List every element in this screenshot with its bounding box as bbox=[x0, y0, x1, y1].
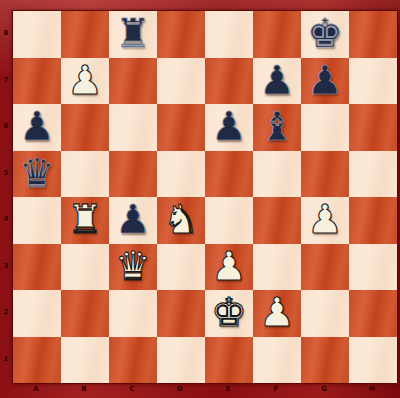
white-pawn[interactable]: ♟ bbox=[205, 243, 253, 290]
white-king[interactable]: ♚ bbox=[205, 289, 253, 336]
file-label-d: D bbox=[156, 382, 204, 398]
white-rook[interactable]: ♜ bbox=[61, 196, 109, 243]
square-c8[interactable]: ♜ bbox=[109, 11, 157, 58]
white-pawn[interactable]: ♟ bbox=[61, 57, 109, 104]
square-h1[interactable] bbox=[349, 337, 397, 384]
chess-board-frame: 87654321 ♜♚♟♟♟♟♟♝♛♜♟♞♟♛♟♚♟ ABCDEFGH bbox=[0, 0, 400, 398]
rank-labels: 87654321 bbox=[0, 10, 12, 382]
rank-label-8: 8 bbox=[0, 10, 12, 57]
square-h7[interactable] bbox=[349, 58, 397, 105]
square-a4[interactable] bbox=[13, 197, 61, 244]
white-pawn[interactable]: ♟ bbox=[301, 196, 349, 243]
square-g2[interactable] bbox=[301, 290, 349, 337]
black-pawn[interactable]: ♟ bbox=[253, 57, 301, 104]
square-d2[interactable] bbox=[157, 290, 205, 337]
square-d1[interactable] bbox=[157, 337, 205, 384]
square-a7[interactable] bbox=[13, 58, 61, 105]
black-queen[interactable]: ♛ bbox=[13, 150, 61, 197]
square-a1[interactable] bbox=[13, 337, 61, 384]
square-e6[interactable]: ♟ bbox=[205, 104, 253, 151]
file-label-b: B bbox=[60, 382, 108, 398]
rank-label-1: 1 bbox=[0, 336, 12, 383]
white-pawn[interactable]: ♟ bbox=[253, 289, 301, 336]
black-king[interactable]: ♚ bbox=[301, 10, 349, 57]
square-a3[interactable] bbox=[13, 244, 61, 291]
square-g4[interactable]: ♟ bbox=[301, 197, 349, 244]
rank-label-3: 3 bbox=[0, 243, 12, 290]
black-pawn[interactable]: ♟ bbox=[13, 103, 61, 150]
square-b6[interactable] bbox=[61, 104, 109, 151]
square-e5[interactable] bbox=[205, 151, 253, 198]
square-b4[interactable]: ♜ bbox=[61, 197, 109, 244]
square-g1[interactable] bbox=[301, 337, 349, 384]
square-g6[interactable] bbox=[301, 104, 349, 151]
white-queen[interactable]: ♛ bbox=[109, 243, 157, 290]
square-e2[interactable]: ♚ bbox=[205, 290, 253, 337]
square-a6[interactable]: ♟ bbox=[13, 104, 61, 151]
file-label-c: C bbox=[108, 382, 156, 398]
square-b7[interactable]: ♟ bbox=[61, 58, 109, 105]
rank-label-5: 5 bbox=[0, 150, 12, 197]
black-pawn[interactable]: ♟ bbox=[301, 57, 349, 104]
square-b2[interactable] bbox=[61, 290, 109, 337]
file-labels: ABCDEFGH bbox=[12, 382, 396, 398]
white-knight[interactable]: ♞ bbox=[157, 196, 205, 243]
square-c2[interactable] bbox=[109, 290, 157, 337]
square-e8[interactable] bbox=[205, 11, 253, 58]
square-b1[interactable] bbox=[61, 337, 109, 384]
square-f8[interactable] bbox=[253, 11, 301, 58]
square-g5[interactable] bbox=[301, 151, 349, 198]
square-a5[interactable]: ♛ bbox=[13, 151, 61, 198]
square-c1[interactable] bbox=[109, 337, 157, 384]
square-e4[interactable] bbox=[205, 197, 253, 244]
file-label-h: H bbox=[348, 382, 396, 398]
square-f3[interactable] bbox=[253, 244, 301, 291]
square-d3[interactable] bbox=[157, 244, 205, 291]
square-h6[interactable] bbox=[349, 104, 397, 151]
square-c4[interactable]: ♟ bbox=[109, 197, 157, 244]
square-h3[interactable] bbox=[349, 244, 397, 291]
square-f1[interactable] bbox=[253, 337, 301, 384]
file-label-e: E bbox=[204, 382, 252, 398]
square-f6[interactable]: ♝ bbox=[253, 104, 301, 151]
square-b8[interactable] bbox=[61, 11, 109, 58]
square-g8[interactable]: ♚ bbox=[301, 11, 349, 58]
square-c7[interactable] bbox=[109, 58, 157, 105]
square-f7[interactable]: ♟ bbox=[253, 58, 301, 105]
rank-label-4: 4 bbox=[0, 196, 12, 243]
file-label-a: A bbox=[12, 382, 60, 398]
square-f5[interactable] bbox=[253, 151, 301, 198]
black-rook[interactable]: ♜ bbox=[109, 10, 157, 57]
square-c3[interactable]: ♛ bbox=[109, 244, 157, 291]
square-h5[interactable] bbox=[349, 151, 397, 198]
square-g3[interactable] bbox=[301, 244, 349, 291]
chess-board: ♜♚♟♟♟♟♟♝♛♜♟♞♟♛♟♚♟ bbox=[12, 10, 398, 384]
square-e3[interactable]: ♟ bbox=[205, 244, 253, 291]
rank-label-2: 2 bbox=[0, 289, 12, 336]
square-f2[interactable]: ♟ bbox=[253, 290, 301, 337]
square-d4[interactable]: ♞ bbox=[157, 197, 205, 244]
square-d8[interactable] bbox=[157, 11, 205, 58]
square-d6[interactable] bbox=[157, 104, 205, 151]
rank-label-6: 6 bbox=[0, 103, 12, 150]
file-label-g: G bbox=[300, 382, 348, 398]
square-c6[interactable] bbox=[109, 104, 157, 151]
square-a2[interactable] bbox=[13, 290, 61, 337]
square-c5[interactable] bbox=[109, 151, 157, 198]
square-b3[interactable] bbox=[61, 244, 109, 291]
square-g7[interactable]: ♟ bbox=[301, 58, 349, 105]
black-bishop[interactable]: ♝ bbox=[253, 103, 301, 150]
square-h8[interactable] bbox=[349, 11, 397, 58]
file-label-f: F bbox=[252, 382, 300, 398]
rank-label-7: 7 bbox=[0, 57, 12, 104]
square-e1[interactable] bbox=[205, 337, 253, 384]
square-d5[interactable] bbox=[157, 151, 205, 198]
square-d7[interactable] bbox=[157, 58, 205, 105]
square-a8[interactable] bbox=[13, 11, 61, 58]
black-pawn[interactable]: ♟ bbox=[205, 103, 253, 150]
square-b5[interactable] bbox=[61, 151, 109, 198]
black-pawn[interactable]: ♟ bbox=[109, 196, 157, 243]
square-e7[interactable] bbox=[205, 58, 253, 105]
square-h4[interactable] bbox=[349, 197, 397, 244]
square-h2[interactable] bbox=[349, 290, 397, 337]
square-f4[interactable] bbox=[253, 197, 301, 244]
